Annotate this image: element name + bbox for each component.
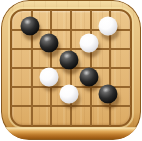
stone-white xyxy=(60,85,79,104)
stone-white xyxy=(40,67,59,86)
gomoku-app-icon[interactable] xyxy=(1,0,141,140)
grid-line-horizontal xyxy=(11,105,131,107)
stone-white xyxy=(79,33,98,52)
stone-black xyxy=(79,67,98,86)
stone-black xyxy=(99,85,118,104)
stone-black xyxy=(20,16,39,35)
board xyxy=(10,9,132,127)
board-side-edge xyxy=(2,128,140,139)
stone-black xyxy=(60,51,79,70)
board-grid xyxy=(12,11,130,125)
page-background xyxy=(0,0,142,141)
stone-black xyxy=(40,33,59,52)
stone-white xyxy=(99,16,118,35)
